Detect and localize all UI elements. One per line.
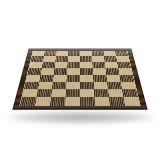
square-a1 [20, 97, 37, 106]
square-b1 [35, 97, 51, 106]
square-f4 [93, 75, 107, 82]
square-h2 [122, 89, 138, 97]
square-g4 [106, 75, 120, 82]
square-c2 [51, 89, 66, 97]
playing-field [19, 51, 141, 107]
square-b2 [37, 89, 52, 97]
square-a2 [22, 89, 38, 97]
square-c4 [53, 75, 67, 82]
square-e3 [80, 82, 94, 89]
square-d1 [65, 97, 80, 106]
square-e2 [80, 89, 94, 97]
square-b5 [41, 68, 55, 75]
square-g5 [105, 68, 119, 75]
chessboard-product-photo [0, 0, 160, 160]
square-e1 [80, 97, 95, 106]
square-c3 [52, 82, 66, 89]
square-d2 [66, 89, 80, 97]
square-b3 [38, 82, 53, 89]
square-g1 [109, 97, 125, 106]
square-f1 [94, 97, 110, 106]
square-b4 [39, 75, 53, 82]
chessboard [12, 49, 147, 110]
square-g2 [108, 89, 123, 97]
square-h1 [123, 97, 140, 106]
square-h5 [118, 68, 132, 75]
square-d3 [66, 82, 80, 89]
square-h4 [119, 75, 134, 82]
square-e4 [80, 75, 94, 82]
square-e5 [80, 68, 93, 75]
square-f5 [93, 68, 107, 75]
square-g3 [107, 82, 122, 89]
square-d5 [67, 68, 80, 75]
square-c1 [50, 97, 66, 106]
board-front-edge [12, 109, 148, 117]
square-f3 [94, 82, 108, 89]
square-f2 [94, 89, 109, 97]
square-h3 [121, 82, 136, 89]
square-d4 [66, 75, 80, 82]
square-c5 [54, 68, 68, 75]
